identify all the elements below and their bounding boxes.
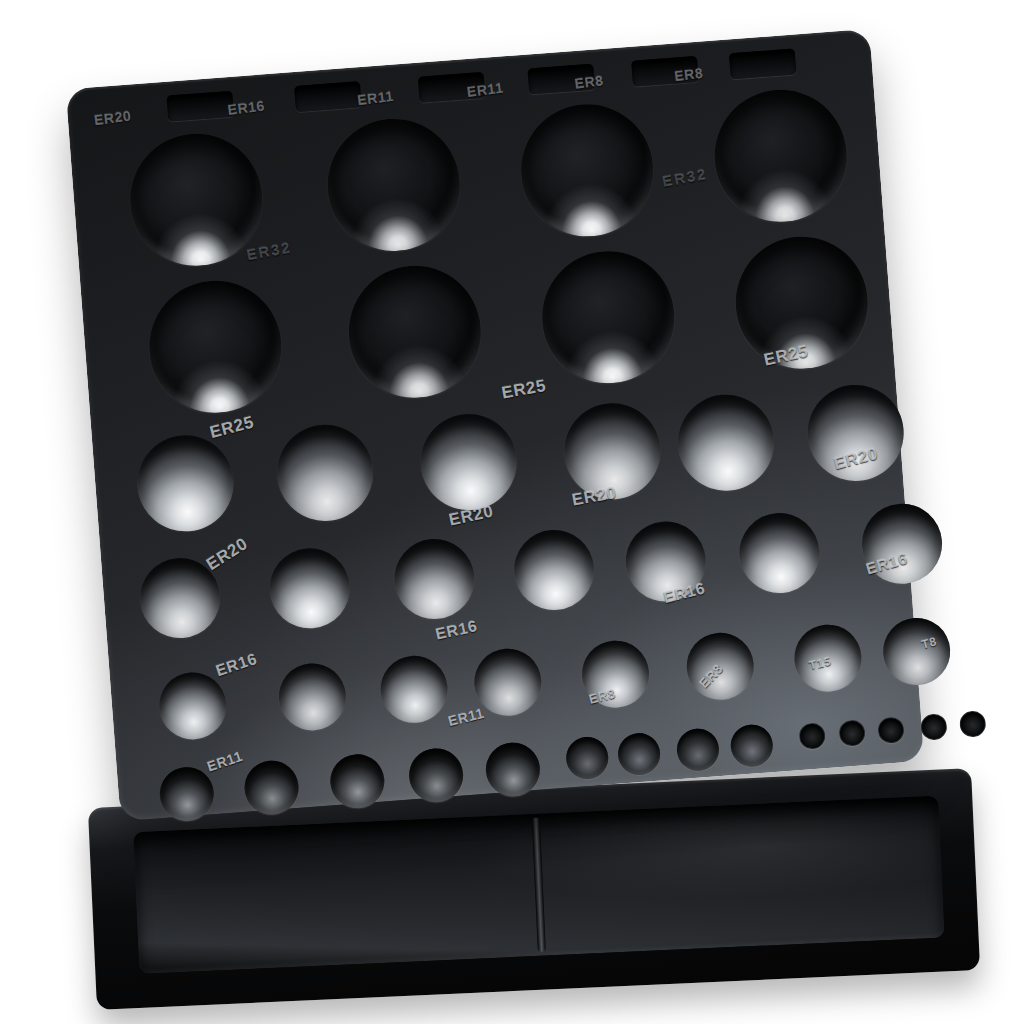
collet-hole-small: [243, 759, 301, 817]
row-size-label: ER11: [205, 748, 245, 775]
wrench-slot-label: ER11: [466, 80, 504, 101]
collet-hole-er20: [737, 510, 823, 596]
collet-hole-small: [798, 722, 826, 750]
collet-hole-small: [675, 727, 720, 772]
product-photo-canvas: { "scene": { "subject": "Black plastic E…: [0, 0, 1024, 1024]
collet-hole-small: [959, 710, 987, 738]
collet-hole-er20: [511, 527, 597, 613]
drawer-compartment-right: [540, 796, 945, 956]
collet-rack-tray: ER20ER16ER11ER11ER8ER8ER25ER25ER25ER20ER…: [66, 29, 925, 821]
row-size-label: ER11: [446, 705, 485, 730]
collet-hole-er25: [417, 411, 520, 514]
row-size-label: ER20: [570, 483, 618, 511]
wrench-slot: [729, 48, 797, 79]
collet-hole-er16: [156, 670, 228, 742]
collet-hole-er32: [516, 100, 658, 242]
collet-hole-small: [158, 765, 216, 823]
wrench-slot-label: ER11: [356, 88, 394, 109]
collet-hole-er25: [134, 432, 237, 535]
collet-hole-small: [407, 746, 465, 804]
collet-hole-er16: [880, 615, 952, 687]
wrench-slot: [166, 91, 234, 122]
wrench-slot-label: ER16: [227, 97, 266, 118]
row-size-label: ER20: [203, 534, 252, 575]
collet-hole-small: [877, 716, 905, 744]
engraving-er32: ER32: [245, 239, 293, 264]
row-size-label: ER16: [214, 650, 260, 680]
collet-hole-small: [617, 732, 662, 777]
collet-hole-er32: [537, 246, 679, 388]
collet-hole-er16: [378, 653, 450, 725]
collet-hole-er20: [267, 545, 353, 631]
wrench-slot-label: ER8: [574, 72, 605, 92]
collet-hole-small: [920, 713, 948, 741]
collet-hole-small: [565, 736, 610, 781]
collet-hole-small: [484, 741, 542, 799]
collet-hole-er32: [145, 276, 287, 418]
collet-hole-er16: [276, 661, 348, 733]
engraving-er32: ER32: [661, 165, 709, 190]
drawer-compartment-left: [133, 814, 538, 974]
collet-hole-er32: [344, 261, 486, 403]
wrench-slot-label: ER20: [93, 107, 132, 128]
row-size-label: ER25: [500, 376, 548, 404]
collet-hole-small: [328, 752, 386, 810]
collet-hole-er20: [391, 536, 477, 622]
row-size-label: ER16: [434, 617, 479, 644]
drawer-recess: [133, 796, 945, 974]
wrench-slot: [294, 81, 362, 112]
row-size-label: ER25: [208, 412, 256, 442]
collet-hole-er32: [323, 114, 465, 256]
collet-hole-er25: [675, 391, 778, 494]
wrench-slot-label: ER8: [673, 65, 704, 85]
collet-hole-er25: [274, 421, 377, 524]
collet-hole-er32: [710, 85, 852, 227]
collet-hole-small: [838, 719, 866, 747]
collet-hole-small: [729, 723, 774, 768]
